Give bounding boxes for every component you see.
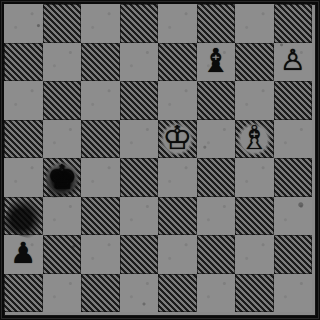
square-g7[interactable] (235, 43, 274, 82)
square-c5[interactable] (81, 120, 120, 159)
white-king[interactable]: ♔ (159, 120, 195, 155)
white-bishop[interactable]: ♗ (236, 120, 272, 155)
square-b1[interactable] (43, 274, 82, 313)
chess-board: ♝♙♔♗♚♟ (4, 4, 312, 312)
square-f1[interactable] (197, 274, 236, 313)
square-e6[interactable] (158, 81, 197, 120)
square-g1[interactable] (235, 274, 274, 313)
square-c2[interactable] (81, 235, 120, 274)
square-a2[interactable]: ♟ (4, 235, 43, 274)
black-bishop[interactable]: ♝ (201, 44, 231, 77)
square-h3[interactable] (274, 197, 313, 236)
square-c8[interactable] (81, 4, 120, 43)
square-a1[interactable] (4, 274, 43, 313)
square-b8[interactable] (43, 4, 82, 43)
square-f7[interactable]: ♝ (197, 43, 236, 82)
square-g5[interactable]: ♗ (235, 120, 274, 159)
square-c4[interactable] (81, 158, 120, 197)
square-e1[interactable] (158, 274, 197, 313)
square-b3[interactable] (43, 197, 82, 236)
square-b4[interactable]: ♚ (43, 158, 82, 197)
square-b7[interactable] (43, 43, 82, 82)
black-king[interactable]: ♚ (44, 159, 80, 194)
square-d2[interactable] (120, 235, 159, 274)
square-f2[interactable] (197, 235, 236, 274)
square-g4[interactable] (235, 158, 274, 197)
square-f6[interactable] (197, 81, 236, 120)
square-f5[interactable] (197, 120, 236, 159)
square-b2[interactable] (43, 235, 82, 274)
square-d3[interactable] (120, 197, 159, 236)
square-c1[interactable] (81, 274, 120, 313)
white-pawn[interactable]: ♙ (280, 46, 306, 75)
square-g2[interactable] (235, 235, 274, 274)
square-h4[interactable] (274, 158, 313, 197)
square-d4[interactable] (120, 158, 159, 197)
square-a6[interactable] (4, 81, 43, 120)
square-f8[interactable] (197, 4, 236, 43)
square-h8[interactable] (274, 4, 313, 43)
square-c6[interactable] (81, 81, 120, 120)
square-h1[interactable] (274, 274, 313, 313)
square-d6[interactable] (120, 81, 159, 120)
square-a8[interactable] (4, 4, 43, 43)
square-e8[interactable] (158, 4, 197, 43)
square-a5[interactable] (4, 120, 43, 159)
square-a3[interactable] (4, 197, 43, 236)
square-h6[interactable] (274, 81, 313, 120)
scanned-chess-diagram: ♝♙♔♗♚♟ (0, 0, 320, 320)
square-a4[interactable] (4, 158, 43, 197)
black-pawn[interactable]: ♟ (10, 239, 36, 268)
square-a7[interactable] (4, 43, 43, 82)
square-f4[interactable] (197, 158, 236, 197)
square-g3[interactable] (235, 197, 274, 236)
square-d1[interactable] (120, 274, 159, 313)
square-d8[interactable] (120, 4, 159, 43)
square-h5[interactable] (274, 120, 313, 159)
square-b6[interactable] (43, 81, 82, 120)
square-c3[interactable] (81, 197, 120, 236)
square-e5[interactable]: ♔ (158, 120, 197, 159)
square-g8[interactable] (235, 4, 274, 43)
square-d5[interactable] (120, 120, 159, 159)
square-c7[interactable] (81, 43, 120, 82)
square-e4[interactable] (158, 158, 197, 197)
square-g6[interactable] (235, 81, 274, 120)
square-h2[interactable] (274, 235, 313, 274)
square-h7[interactable]: ♙ (274, 43, 313, 82)
square-e3[interactable] (158, 197, 197, 236)
square-e7[interactable] (158, 43, 197, 82)
square-e2[interactable] (158, 235, 197, 274)
square-b5[interactable] (43, 120, 82, 159)
square-d7[interactable] (120, 43, 159, 82)
square-f3[interactable] (197, 197, 236, 236)
